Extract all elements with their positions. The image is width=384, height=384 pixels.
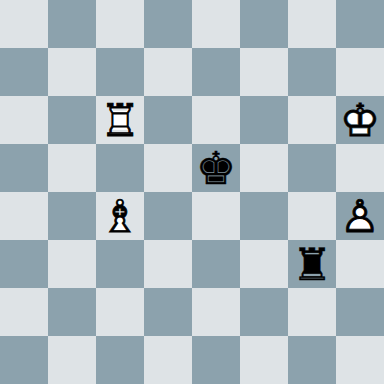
square-f2[interactable] xyxy=(240,288,288,336)
square-e7[interactable] xyxy=(192,48,240,96)
square-a4[interactable] xyxy=(0,192,48,240)
square-b4[interactable] xyxy=(48,192,96,240)
square-f7[interactable] xyxy=(240,48,288,96)
square-h7[interactable] xyxy=(336,48,384,96)
square-f5[interactable] xyxy=(240,144,288,192)
square-f1[interactable] xyxy=(240,336,288,384)
square-b2[interactable] xyxy=(48,288,96,336)
square-b8[interactable] xyxy=(48,0,96,48)
square-c7[interactable] xyxy=(96,48,144,96)
square-f3[interactable] xyxy=(240,240,288,288)
square-d7[interactable] xyxy=(144,48,192,96)
square-d2[interactable] xyxy=(144,288,192,336)
rook-icon: ♜ xyxy=(292,242,332,287)
square-e5[interactable]: ♚ xyxy=(192,144,240,192)
white-rook-piece[interactable]: ♜♖ xyxy=(96,96,144,144)
square-a8[interactable] xyxy=(0,0,48,48)
square-d5[interactable] xyxy=(144,144,192,192)
square-g1[interactable] xyxy=(288,336,336,384)
square-c3[interactable] xyxy=(96,240,144,288)
square-b7[interactable] xyxy=(48,48,96,96)
square-c4[interactable]: ♝♗ xyxy=(96,192,144,240)
square-f6[interactable] xyxy=(240,96,288,144)
black-rook-piece[interactable]: ♜ xyxy=(288,240,336,288)
square-e2[interactable] xyxy=(192,288,240,336)
square-h4[interactable]: ♟♙ xyxy=(336,192,384,240)
square-h1[interactable] xyxy=(336,336,384,384)
square-b3[interactable] xyxy=(48,240,96,288)
square-c8[interactable] xyxy=(96,0,144,48)
white-pawn-piece[interactable]: ♟♙ xyxy=(336,192,384,240)
square-g8[interactable] xyxy=(288,0,336,48)
square-g6[interactable] xyxy=(288,96,336,144)
white-king-piece[interactable]: ♚♔ xyxy=(336,96,384,144)
square-e8[interactable] xyxy=(192,0,240,48)
square-h5[interactable] xyxy=(336,144,384,192)
square-e4[interactable] xyxy=(192,192,240,240)
square-a7[interactable] xyxy=(0,48,48,96)
square-g7[interactable] xyxy=(288,48,336,96)
square-c2[interactable] xyxy=(96,288,144,336)
square-h6[interactable]: ♚♔ xyxy=(336,96,384,144)
square-g5[interactable] xyxy=(288,144,336,192)
white-bishop-piece[interactable]: ♝♗ xyxy=(96,192,144,240)
square-d6[interactable] xyxy=(144,96,192,144)
square-e1[interactable] xyxy=(192,336,240,384)
square-a1[interactable] xyxy=(0,336,48,384)
black-king-piece[interactable]: ♚ xyxy=(192,144,240,192)
pawn-icon: ♙ xyxy=(340,194,380,239)
square-d1[interactable] xyxy=(144,336,192,384)
bishop-icon: ♗ xyxy=(100,194,140,239)
square-a6[interactable] xyxy=(0,96,48,144)
square-d8[interactable] xyxy=(144,0,192,48)
square-a3[interactable] xyxy=(0,240,48,288)
square-b1[interactable] xyxy=(48,336,96,384)
chess-board: ♜♖♚♔♚♝♗♟♙♜ xyxy=(0,0,384,384)
king-icon: ♔ xyxy=(340,98,380,143)
square-e3[interactable] xyxy=(192,240,240,288)
square-c6[interactable]: ♜♖ xyxy=(96,96,144,144)
square-b6[interactable] xyxy=(48,96,96,144)
square-g2[interactable] xyxy=(288,288,336,336)
square-g3[interactable]: ♜ xyxy=(288,240,336,288)
square-a5[interactable] xyxy=(0,144,48,192)
square-c1[interactable] xyxy=(96,336,144,384)
square-b5[interactable] xyxy=(48,144,96,192)
square-a2[interactable] xyxy=(0,288,48,336)
square-h2[interactable] xyxy=(336,288,384,336)
square-e6[interactable] xyxy=(192,96,240,144)
square-f8[interactable] xyxy=(240,0,288,48)
square-h3[interactable] xyxy=(336,240,384,288)
square-g4[interactable] xyxy=(288,192,336,240)
square-d4[interactable] xyxy=(144,192,192,240)
square-d3[interactable] xyxy=(144,240,192,288)
rook-icon: ♖ xyxy=(100,98,140,143)
square-c5[interactable] xyxy=(96,144,144,192)
king-icon: ♚ xyxy=(196,146,236,191)
square-h8[interactable] xyxy=(336,0,384,48)
square-f4[interactable] xyxy=(240,192,288,240)
